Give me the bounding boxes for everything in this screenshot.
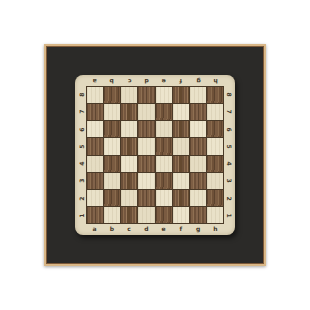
square-f7[interactable]: [173, 104, 189, 120]
board-frame: abcdefgh abcdefgh 87654321 87654321: [44, 44, 266, 266]
square-g6[interactable]: [190, 121, 206, 137]
square-e3[interactable]: [156, 173, 172, 189]
square-a2[interactable]: [87, 190, 103, 206]
square-a8[interactable]: [87, 87, 103, 103]
square-b2[interactable]: [104, 190, 120, 206]
square-b4[interactable]: [104, 156, 120, 172]
rank-labels-right: 87654321: [225, 86, 234, 224]
square-d4[interactable]: [138, 156, 154, 172]
coord-top-f: f: [172, 77, 189, 86]
square-h5[interactable]: [207, 138, 223, 154]
square-e6[interactable]: [156, 121, 172, 137]
square-c2[interactable]: [121, 190, 137, 206]
coord-bottom-a: a: [86, 225, 103, 234]
square-h4[interactable]: [207, 156, 223, 172]
coord-bottom-h: h: [207, 225, 224, 234]
coord-bottom-b: b: [103, 225, 120, 234]
square-f6[interactable]: [173, 121, 189, 137]
square-a5[interactable]: [87, 138, 103, 154]
square-g7[interactable]: [190, 104, 206, 120]
square-e7[interactable]: [156, 104, 172, 120]
square-h2[interactable]: [207, 190, 223, 206]
square-g3[interactable]: [190, 173, 206, 189]
coord-top-a: a: [86, 77, 103, 86]
square-h3[interactable]: [207, 173, 223, 189]
square-e8[interactable]: [156, 87, 172, 103]
square-e2[interactable]: [156, 190, 172, 206]
square-b5[interactable]: [104, 138, 120, 154]
square-d7[interactable]: [138, 104, 154, 120]
square-g1[interactable]: [190, 207, 206, 223]
square-g5[interactable]: [190, 138, 206, 154]
square-c3[interactable]: [121, 173, 137, 189]
square-g2[interactable]: [190, 190, 206, 206]
square-f2[interactable]: [173, 190, 189, 206]
square-e5[interactable]: [156, 138, 172, 154]
file-labels-bottom: abcdefgh: [86, 225, 224, 234]
square-a4[interactable]: [87, 156, 103, 172]
board-grid: [86, 86, 224, 224]
square-c4[interactable]: [121, 156, 137, 172]
coord-bottom-e: e: [155, 225, 172, 234]
square-b3[interactable]: [104, 173, 120, 189]
coord-top-e: e: [155, 77, 172, 86]
coord-bottom-d: d: [138, 225, 155, 234]
coord-bottom-g: g: [190, 225, 207, 234]
coord-bottom-c: c: [121, 225, 138, 234]
coord-top-c: c: [121, 77, 138, 86]
square-c8[interactable]: [121, 87, 137, 103]
square-d3[interactable]: [138, 173, 154, 189]
square-f4[interactable]: [173, 156, 189, 172]
square-c1[interactable]: [121, 207, 137, 223]
coord-top-b: b: [103, 77, 120, 86]
square-f5[interactable]: [173, 138, 189, 154]
square-d6[interactable]: [138, 121, 154, 137]
square-d2[interactable]: [138, 190, 154, 206]
square-d1[interactable]: [138, 207, 154, 223]
square-a6[interactable]: [87, 121, 103, 137]
square-h7[interactable]: [207, 104, 223, 120]
page: abcdefgh abcdefgh 87654321 87654321: [0, 0, 310, 310]
square-h6[interactable]: [207, 121, 223, 137]
square-d5[interactable]: [138, 138, 154, 154]
coord-top-d: d: [138, 77, 155, 86]
square-c7[interactable]: [121, 104, 137, 120]
file-labels-top: abcdefgh: [86, 77, 224, 86]
square-a3[interactable]: [87, 173, 103, 189]
rank-labels-left: 87654321: [77, 86, 86, 224]
square-f1[interactable]: [173, 207, 189, 223]
square-a7[interactable]: [87, 104, 103, 120]
square-a1[interactable]: [87, 207, 103, 223]
square-b1[interactable]: [104, 207, 120, 223]
square-c5[interactable]: [121, 138, 137, 154]
chess-board: abcdefgh abcdefgh 87654321 87654321: [75, 75, 235, 235]
square-g4[interactable]: [190, 156, 206, 172]
square-b8[interactable]: [104, 87, 120, 103]
square-f8[interactable]: [173, 87, 189, 103]
square-b6[interactable]: [104, 121, 120, 137]
square-b7[interactable]: [104, 104, 120, 120]
square-e4[interactable]: [156, 156, 172, 172]
square-h1[interactable]: [207, 207, 223, 223]
square-h8[interactable]: [207, 87, 223, 103]
coord-top-g: g: [190, 77, 207, 86]
square-d8[interactable]: [138, 87, 154, 103]
coord-top-h: h: [207, 77, 224, 86]
coord-bottom-f: f: [172, 225, 189, 234]
square-e1[interactable]: [156, 207, 172, 223]
square-c6[interactable]: [121, 121, 137, 137]
square-g8[interactable]: [190, 87, 206, 103]
square-f3[interactable]: [173, 173, 189, 189]
